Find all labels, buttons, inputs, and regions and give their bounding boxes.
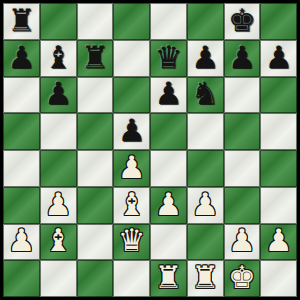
square-f6[interactable]: ♞	[187, 77, 224, 114]
square-h5[interactable]	[260, 113, 297, 150]
black-pawn: ♟	[154, 78, 182, 109]
square-c1[interactable]	[77, 260, 114, 297]
square-a7[interactable]: ♟	[3, 40, 40, 77]
square-b5[interactable]	[40, 113, 77, 150]
square-f3[interactable]: ♟	[187, 187, 224, 224]
square-e4[interactable]	[150, 150, 187, 187]
white-pawn: ♟	[7, 225, 35, 256]
white-pawn: ♟	[265, 225, 293, 256]
square-d2[interactable]: ♛	[113, 224, 150, 261]
black-pawn: ♟	[228, 42, 256, 73]
white-king: ♚	[228, 262, 256, 293]
square-g7[interactable]: ♟	[224, 40, 261, 77]
white-pawn: ♟	[191, 189, 219, 220]
square-h3[interactable]	[260, 187, 297, 224]
square-b8[interactable]	[40, 3, 77, 40]
black-rook: ♜	[7, 5, 35, 36]
square-c8[interactable]	[77, 3, 114, 40]
square-c2[interactable]	[77, 224, 114, 261]
square-b6[interactable]: ♟	[40, 77, 77, 114]
square-g1[interactable]: ♚	[224, 260, 261, 297]
white-pawn: ♟	[44, 189, 72, 220]
square-f2[interactable]	[187, 224, 224, 261]
black-pawn: ♟	[265, 42, 293, 73]
square-e1[interactable]: ♜	[150, 260, 187, 297]
white-rook: ♜	[154, 262, 182, 293]
square-a5[interactable]	[3, 113, 40, 150]
square-d3[interactable]: ♝	[113, 187, 150, 224]
black-pawn: ♟	[118, 115, 146, 146]
black-knight: ♞	[191, 78, 219, 109]
square-c3[interactable]	[77, 187, 114, 224]
square-h1[interactable]	[260, 260, 297, 297]
square-d6[interactable]	[113, 77, 150, 114]
square-e7[interactable]: ♛	[150, 40, 187, 77]
square-e5[interactable]	[150, 113, 187, 150]
square-f5[interactable]	[187, 113, 224, 150]
square-h7[interactable]: ♟	[260, 40, 297, 77]
square-g6[interactable]	[224, 77, 261, 114]
square-g3[interactable]	[224, 187, 261, 224]
square-b2[interactable]: ♝	[40, 224, 77, 261]
white-rook: ♜	[191, 262, 219, 293]
square-a3[interactable]	[3, 187, 40, 224]
square-e8[interactable]	[150, 3, 187, 40]
chess-board-frame: ♜♚♟♝♜♛♟♟♟♟♟♞♟♟♟♝♟♟♟♝♛♟♟♜♜♚	[0, 0, 300, 300]
white-pawn: ♟	[118, 152, 146, 183]
square-f8[interactable]	[187, 3, 224, 40]
square-g4[interactable]	[224, 150, 261, 187]
square-a1[interactable]	[3, 260, 40, 297]
square-e2[interactable]	[150, 224, 187, 261]
black-rook: ♜	[81, 42, 109, 73]
chess-board: ♜♚♟♝♜♛♟♟♟♟♟♞♟♟♟♝♟♟♟♝♛♟♟♜♜♚	[3, 3, 297, 297]
square-c7[interactable]: ♜	[77, 40, 114, 77]
white-pawn: ♟	[154, 189, 182, 220]
square-f1[interactable]: ♜	[187, 260, 224, 297]
square-e3[interactable]: ♟	[150, 187, 187, 224]
black-queen: ♛	[154, 42, 182, 73]
square-h8[interactable]	[260, 3, 297, 40]
square-d1[interactable]	[113, 260, 150, 297]
square-g2[interactable]: ♟	[224, 224, 261, 261]
square-c5[interactable]	[77, 113, 114, 150]
square-b3[interactable]: ♟	[40, 187, 77, 224]
square-e6[interactable]: ♟	[150, 77, 187, 114]
square-a4[interactable]	[3, 150, 40, 187]
black-pawn: ♟	[44, 78, 72, 109]
white-bishop: ♝	[44, 225, 72, 256]
square-b1[interactable]	[40, 260, 77, 297]
square-g5[interactable]	[224, 113, 261, 150]
black-pawn: ♟	[191, 42, 219, 73]
square-b4[interactable]	[40, 150, 77, 187]
square-h6[interactable]	[260, 77, 297, 114]
square-a2[interactable]: ♟	[3, 224, 40, 261]
square-d7[interactable]	[113, 40, 150, 77]
white-pawn: ♟	[228, 225, 256, 256]
square-c6[interactable]	[77, 77, 114, 114]
white-bishop: ♝	[118, 189, 146, 220]
square-g8[interactable]: ♚	[224, 3, 261, 40]
white-queen: ♛	[118, 225, 146, 256]
black-bishop: ♝	[44, 42, 72, 73]
square-f7[interactable]: ♟	[187, 40, 224, 77]
square-c4[interactable]	[77, 150, 114, 187]
square-h4[interactable]	[260, 150, 297, 187]
square-d8[interactable]	[113, 3, 150, 40]
square-f4[interactable]	[187, 150, 224, 187]
square-a6[interactable]	[3, 77, 40, 114]
square-b7[interactable]: ♝	[40, 40, 77, 77]
square-d4[interactable]: ♟	[113, 150, 150, 187]
square-h2[interactable]: ♟	[260, 224, 297, 261]
square-d5[interactable]: ♟	[113, 113, 150, 150]
black-pawn: ♟	[7, 42, 35, 73]
black-king: ♚	[228, 5, 256, 36]
square-a8[interactable]: ♜	[3, 3, 40, 40]
